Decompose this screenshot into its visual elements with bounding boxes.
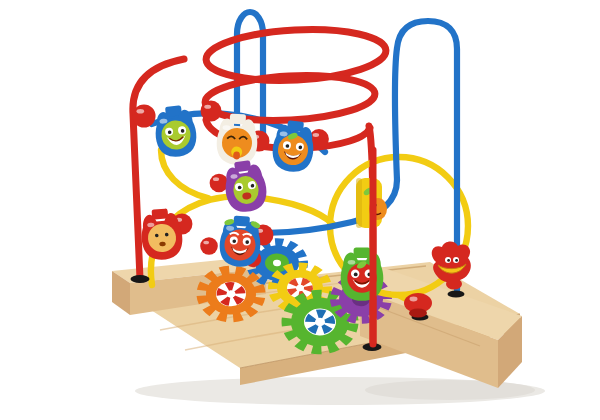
round-bead-red: [200, 237, 218, 255]
washer: [131, 275, 150, 283]
round-bead-red: [210, 174, 229, 193]
round-bead-red: [132, 104, 155, 127]
bead-maze-toy-illustration: [0, 0, 600, 420]
apple-bead-blue-red-face: [218, 215, 262, 268]
bead-white-orange-face: [216, 113, 258, 165]
apple-bead-green-red-apple-face: [341, 248, 384, 301]
product-photo: [0, 0, 600, 420]
round-bead-red: [201, 101, 222, 122]
washer: [448, 290, 465, 297]
apple-bead-purple-pear-face: [222, 158, 269, 214]
gear-orange: [199, 268, 262, 320]
